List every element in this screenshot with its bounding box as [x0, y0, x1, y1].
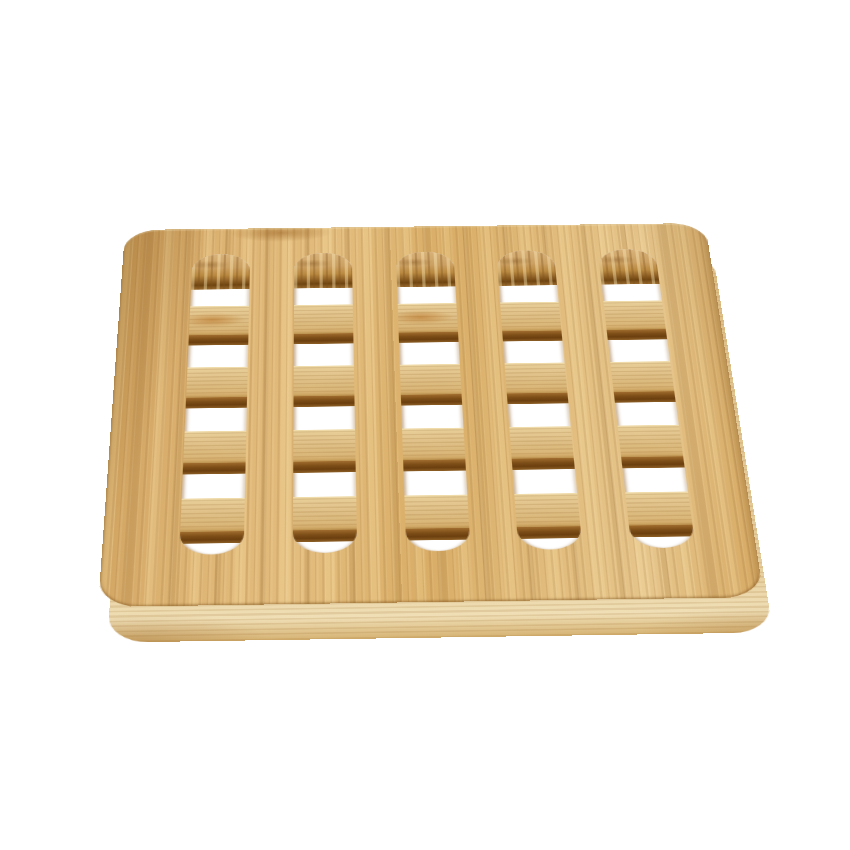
- cross-slat-row4-col5: [625, 491, 694, 537]
- cross-slat-row4-col4: [515, 493, 582, 539]
- slot-cap-inner-wall: [597, 249, 659, 285]
- cross-slat-row1-col4: [500, 302, 562, 342]
- slot-column-5: [597, 249, 695, 548]
- slot-cap-inner-wall: [496, 250, 557, 286]
- cross-slat-row2-col3: [399, 364, 461, 406]
- cross-slat-row1-col5: [603, 300, 667, 340]
- cross-slat-row2-col2: [293, 365, 354, 407]
- slot-grid: [125, 223, 705, 230]
- cross-slat-row3-col3: [401, 428, 465, 472]
- cross-slat-row4-col3: [404, 495, 470, 541]
- cross-slat-row2-col1: [186, 367, 248, 409]
- cross-slat-row3-col4: [510, 426, 576, 470]
- trivet-top-face: [98, 223, 764, 607]
- slot-cap-inner-wall: [395, 251, 455, 287]
- slot-column-1: [179, 254, 250, 555]
- cross-slat-row1-col1: [188, 306, 249, 346]
- cross-slat-row3-col5: [618, 425, 685, 469]
- cross-slat-row3-col2: [293, 429, 356, 473]
- cross-slat-row2-col4: [505, 363, 569, 405]
- cross-slat-row3-col1: [183, 431, 247, 475]
- cross-slat-row1-col2: [294, 304, 354, 344]
- cross-slat-row4-col1: [180, 498, 245, 544]
- cross-slat-row2-col5: [610, 361, 675, 403]
- slot-column-3: [395, 251, 470, 551]
- slot-cap-inner-wall: [191, 254, 250, 290]
- product-photo: [0, 0, 850, 850]
- slot-column-4: [496, 250, 582, 550]
- slot-cap-inner-wall: [294, 253, 352, 289]
- cross-slat-row4-col2: [293, 496, 357, 542]
- slot-column-2: [293, 253, 357, 554]
- cross-slat-row1-col3: [397, 303, 458, 343]
